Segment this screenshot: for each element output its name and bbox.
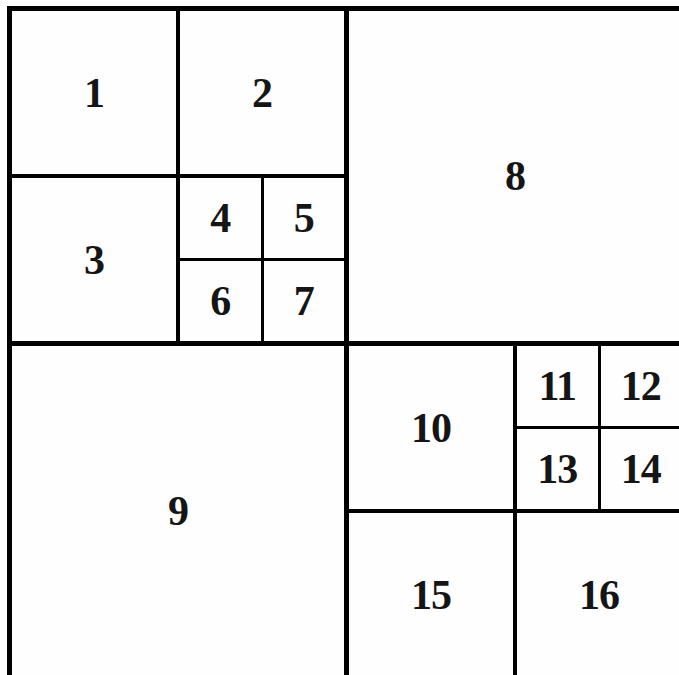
region-12-label: 12 <box>621 365 661 407</box>
region-4-label: 4 <box>210 197 230 239</box>
region-6-label: 6 <box>210 280 230 322</box>
region-4: 4 <box>180 178 261 258</box>
region-14: 14 <box>601 429 679 509</box>
region-16-label: 16 <box>579 574 619 616</box>
region-10-label: 10 <box>411 407 451 449</box>
quadtree-board: 1 2 3 4 5 6 7 <box>7 6 679 675</box>
subquadrant-topleft-bottomright: 4 5 6 7 <box>180 178 344 341</box>
region-9: 9 <box>12 346 344 675</box>
region-5: 5 <box>264 178 345 258</box>
region-2-label: 2 <box>252 72 272 114</box>
region-8-label: 8 <box>505 155 525 197</box>
region-2: 2 <box>180 11 344 174</box>
region-7-label: 7 <box>294 280 314 322</box>
region-15-label: 15 <box>411 574 451 616</box>
quadtree-figure: 1 2 3 4 5 6 7 <box>0 0 679 675</box>
region-13: 13 <box>517 429 598 509</box>
region-10: 10 <box>349 346 513 509</box>
region-14-label: 14 <box>621 448 661 490</box>
quadrant-top-left: 1 2 3 4 5 6 7 <box>12 11 344 341</box>
region-12: 12 <box>601 346 679 426</box>
region-16: 16 <box>517 513 679 675</box>
subquadrant-bottomright-topright: 11 12 13 14 <box>517 346 679 509</box>
region-9-label: 9 <box>168 490 188 532</box>
region-13-label: 13 <box>537 448 577 490</box>
region-5-label: 5 <box>294 197 314 239</box>
region-15: 15 <box>349 513 513 675</box>
region-1-label: 1 <box>84 72 104 114</box>
region-8: 8 <box>349 11 679 341</box>
region-6: 6 <box>180 261 261 341</box>
quadrant-bottom-right: 10 11 12 13 14 15 16 <box>349 346 679 675</box>
region-11: 11 <box>517 346 598 426</box>
region-11-label: 11 <box>538 365 576 407</box>
region-3: 3 <box>12 178 176 341</box>
region-1: 1 <box>12 11 176 174</box>
region-7: 7 <box>264 261 345 341</box>
region-3-label: 3 <box>84 239 104 281</box>
